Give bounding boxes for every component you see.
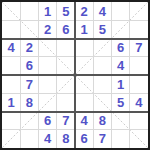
- sudoku-board: 1524261542676471185467484867: [0, 0, 150, 150]
- cell-r7c6[interactable]: 8: [93, 112, 111, 130]
- cell-r3c4[interactable]: [57, 39, 75, 57]
- cell-r6c7[interactable]: 5: [112, 93, 130, 111]
- cell-r1c7[interactable]: [112, 2, 130, 20]
- cell-r1c8[interactable]: [130, 2, 148, 20]
- cell-r6c4[interactable]: [57, 93, 75, 111]
- cell-r8c4[interactable]: 8: [57, 130, 75, 148]
- cell-r4c4[interactable]: [57, 57, 75, 75]
- cell-r8c7[interactable]: [112, 130, 130, 148]
- sudoku-grid: 1524261542676471185467484867: [2, 2, 148, 148]
- cell-r7c7[interactable]: [112, 112, 130, 130]
- cell-r2c7[interactable]: [112, 20, 130, 38]
- cell-r5c6[interactable]: [93, 75, 111, 93]
- cell-r7c4[interactable]: 7: [57, 112, 75, 130]
- cell-r4c1[interactable]: [2, 57, 20, 75]
- cell-r5c3[interactable]: [39, 75, 57, 93]
- cell-r4c2[interactable]: 6: [20, 57, 38, 75]
- cell-r4c6[interactable]: [93, 57, 111, 75]
- cell-r2c3[interactable]: 2: [39, 20, 57, 38]
- cell-r7c3[interactable]: 6: [39, 112, 57, 130]
- cell-r6c3[interactable]: [39, 93, 57, 111]
- cell-r5c2[interactable]: 7: [20, 75, 38, 93]
- cell-r3c1[interactable]: 4: [2, 39, 20, 57]
- cell-r3c8[interactable]: 7: [130, 39, 148, 57]
- cell-r1c6[interactable]: 4: [93, 2, 111, 20]
- cell-r2c8[interactable]: [130, 20, 148, 38]
- cell-r8c1[interactable]: [2, 130, 20, 148]
- cell-r5c1[interactable]: [2, 75, 20, 93]
- cell-r2c6[interactable]: 5: [93, 20, 111, 38]
- cell-r7c1[interactable]: [2, 112, 20, 130]
- cell-r4c8[interactable]: [130, 57, 148, 75]
- cell-r8c6[interactable]: 7: [93, 130, 111, 148]
- cell-r8c2[interactable]: [20, 130, 38, 148]
- cell-r2c1[interactable]: [2, 20, 20, 38]
- cell-r4c5[interactable]: [75, 57, 93, 75]
- cell-r2c5[interactable]: 1: [75, 20, 93, 38]
- cell-r1c3[interactable]: 1: [39, 2, 57, 20]
- cell-r7c2[interactable]: [20, 112, 38, 130]
- cell-r4c3[interactable]: [39, 57, 57, 75]
- cell-r6c5[interactable]: [75, 93, 93, 111]
- cell-r3c7[interactable]: 6: [112, 39, 130, 57]
- cell-r7c5[interactable]: 4: [75, 112, 93, 130]
- cell-r7c8[interactable]: [130, 112, 148, 130]
- cell-r1c2[interactable]: [20, 2, 38, 20]
- cell-r8c8[interactable]: [130, 130, 148, 148]
- cell-r5c4[interactable]: [57, 75, 75, 93]
- cell-r2c2[interactable]: [20, 20, 38, 38]
- cell-r2c4[interactable]: 6: [57, 20, 75, 38]
- cell-r8c3[interactable]: 4: [39, 130, 57, 148]
- cell-r8c5[interactable]: 6: [75, 130, 93, 148]
- cell-r6c1[interactable]: 1: [2, 93, 20, 111]
- cell-r3c2[interactable]: 2: [20, 39, 38, 57]
- cell-r1c4[interactable]: 5: [57, 2, 75, 20]
- cell-r4c7[interactable]: 4: [112, 57, 130, 75]
- cell-r1c5[interactable]: 2: [75, 2, 93, 20]
- cell-r6c8[interactable]: 4: [130, 93, 148, 111]
- cell-r3c6[interactable]: [93, 39, 111, 57]
- cell-r3c5[interactable]: [75, 39, 93, 57]
- cell-r6c2[interactable]: 8: [20, 93, 38, 111]
- cell-r3c3[interactable]: [39, 39, 57, 57]
- cell-r5c8[interactable]: [130, 75, 148, 93]
- cell-r1c1[interactable]: [2, 2, 20, 20]
- cell-r5c7[interactable]: 1: [112, 75, 130, 93]
- cell-r5c5[interactable]: [75, 75, 93, 93]
- cell-r6c6[interactable]: [93, 93, 111, 111]
